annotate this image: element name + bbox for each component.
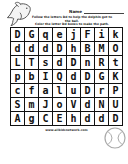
grid-cell-r6c4[interactable]: o xyxy=(53,98,67,112)
name-label: Name xyxy=(69,10,82,14)
grid-cell-r6c7[interactable]: N xyxy=(95,98,109,112)
grid-cell-r5c4[interactable]: l xyxy=(53,84,67,98)
grid-cell-r3c3[interactable]: s xyxy=(39,56,53,70)
grid-cell-r1c6[interactable]: F xyxy=(81,28,95,42)
grid-cell-r4c6[interactable]: D xyxy=(81,70,95,84)
grid-cell-r5c2[interactable]: f xyxy=(25,84,39,98)
letter-maze-grid: DGqejFikdddDhBMOLTsdDnRtpbIQdDGKcfaluDrP… xyxy=(10,27,123,126)
grid-cell-r6c1[interactable]: S xyxy=(11,98,25,112)
grid-cell-r3c6[interactable]: n xyxy=(81,56,95,70)
grid-cell-r5c1[interactable]: c xyxy=(11,84,25,98)
grid-cell-r4c3[interactable]: I xyxy=(39,70,53,84)
grid-cell-r4c1[interactable]: p xyxy=(11,70,25,84)
grid-cell-r7c6[interactable]: d xyxy=(81,112,95,126)
grid-cell-r5c7[interactable]: r xyxy=(95,84,109,98)
grid-cell-r5c8[interactable]: P xyxy=(109,84,123,98)
grid-cell-r4c5[interactable]: d xyxy=(67,70,81,84)
grid-cell-r3c5[interactable]: D xyxy=(67,56,81,70)
grid-cell-r5c3[interactable]: a xyxy=(39,84,53,98)
grid-cell-r3c8[interactable]: t xyxy=(109,56,123,70)
grid-cell-r4c8[interactable]: K xyxy=(109,70,123,84)
grid-cell-r1c2[interactable]: G xyxy=(25,28,39,42)
grid-cell-r7c8[interactable]: D xyxy=(109,112,123,126)
grid-cell-r1c3[interactable]: q xyxy=(39,28,53,42)
grid-cell-r7c2[interactable]: g xyxy=(25,112,39,126)
instructions: Follow the letters Dd to help the dolphi… xyxy=(30,16,114,27)
grid-cell-r1c1[interactable]: D xyxy=(11,28,25,42)
grid-cell-r7c1[interactable]: A xyxy=(11,112,25,126)
grid-cell-r6c6[interactable]: d xyxy=(81,98,95,112)
grid-cell-r6c5[interactable]: V xyxy=(67,98,81,112)
grid-cell-r7c5[interactable]: h xyxy=(67,112,81,126)
grid-cell-r4c4[interactable]: Q xyxy=(53,70,67,84)
grid-cell-r1c8[interactable]: k xyxy=(109,28,123,42)
grid-cell-r2c2[interactable]: d xyxy=(25,42,39,56)
grid-cell-r2c3[interactable]: d xyxy=(39,42,53,56)
footer-credit: www.allkidsnetwork.com xyxy=(10,128,123,132)
grid-cell-r4c2[interactable]: b xyxy=(25,70,39,84)
grid-cell-r2c5[interactable]: h xyxy=(67,42,81,56)
grid-cell-r4c7[interactable]: G xyxy=(95,70,109,84)
grid-cell-r3c7[interactable]: R xyxy=(95,56,109,70)
grid-cell-r2c7[interactable]: M xyxy=(95,42,109,56)
grid-cell-r7c4[interactable]: E xyxy=(53,112,67,126)
grid-cell-r6c8[interactable]: U xyxy=(109,98,123,112)
grid-cell-r2c6[interactable]: B xyxy=(81,42,95,56)
grid-cell-r6c2[interactable]: m xyxy=(25,98,39,112)
grid-cell-r1c7[interactable]: i xyxy=(95,28,109,42)
name-row: Name xyxy=(69,9,124,14)
grid-cell-r2c1[interactable]: d xyxy=(11,42,25,56)
grid-cell-r5c6[interactable]: D xyxy=(81,84,95,98)
name-line[interactable] xyxy=(84,9,124,14)
grid-cell-r1c5[interactable]: j xyxy=(67,28,81,42)
grid-cell-r2c8[interactable]: O xyxy=(109,42,123,56)
grid-cell-r6c3[interactable]: J xyxy=(39,98,53,112)
grid-cell-r3c1[interactable]: L xyxy=(11,56,25,70)
grid-cell-r3c2[interactable]: T xyxy=(25,56,39,70)
grid-cell-r5c5[interactable]: u xyxy=(67,84,81,98)
grid-cell-r7c3[interactable]: C xyxy=(39,112,53,126)
grid-cell-r3c4[interactable]: d xyxy=(53,56,67,70)
grid-cell-r2c4[interactable]: D xyxy=(53,42,67,56)
grid-cell-r1c4[interactable]: e xyxy=(53,28,67,42)
grid-cell-r7c7[interactable]: d xyxy=(95,112,109,126)
